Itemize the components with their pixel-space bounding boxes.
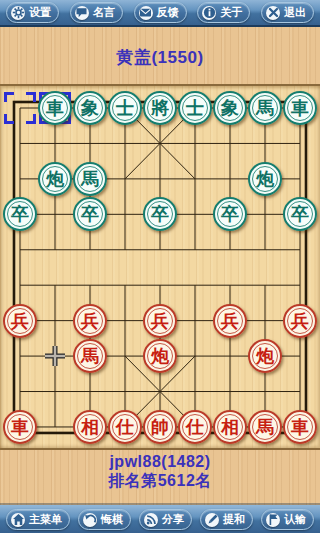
player-rank: 排名第5612名 [0,471,320,492]
piece-glyph: 仕 [186,418,204,436]
resign-button[interactable]: 认输 [261,509,314,530]
exit-button[interactable]: 退出 [261,2,314,23]
piece-red-rook[interactable]: 車 [283,410,317,444]
piece-red-soldier[interactable]: 兵 [283,304,317,338]
piece-glyph: 炮 [256,170,274,188]
piece-glyph: 車 [46,99,64,117]
share-button-label: 分享 [162,512,184,527]
piece-glyph: 兵 [11,312,29,330]
pencil-icon [205,513,219,527]
piece-black-elephant[interactable]: 象 [213,91,247,125]
piece-red-cannon[interactable]: 炮 [248,339,282,373]
undo-arrow-icon [83,513,97,527]
piece-black-rook[interactable]: 車 [283,91,317,125]
piece-glyph: 卒 [11,205,29,223]
piece-glyph: 相 [221,418,239,436]
flag-icon [266,513,280,527]
piece-glyph: 炮 [46,170,64,188]
last-move-marker [4,92,36,124]
piece-black-advisor[interactable]: 士 [108,91,142,125]
piece-black-cannon[interactable]: 炮 [38,162,72,196]
offer-draw-button-label: 提和 [223,512,245,527]
piece-red-rook[interactable]: 車 [3,410,37,444]
piece-black-cannon[interactable]: 炮 [248,162,282,196]
quotes-button-label: 名言 [93,5,115,20]
piece-glyph: 卒 [291,205,309,223]
piece-black-rook[interactable]: 車 [38,91,72,125]
piece-glyph: 士 [116,99,134,117]
piece-red-soldier[interactable]: 兵 [143,304,177,338]
player-name: jpwl88(1482) [0,453,320,471]
piece-glyph: 兵 [151,312,169,330]
piece-black-horse[interactable]: 馬 [73,162,107,196]
piece-glyph: 仕 [116,418,134,436]
resign-button-label: 认输 [284,512,306,527]
piece-glyph: 象 [81,99,99,117]
piece-red-horse[interactable]: 馬 [248,410,282,444]
piece-glyph: 兵 [221,312,239,330]
board-grid-lines [0,86,320,452]
piece-red-elephant[interactable]: 相 [73,410,107,444]
piece-black-general[interactable]: 將 [143,91,177,125]
piece-glyph: 車 [291,99,309,117]
feedback-button-label: 反馈 [157,5,179,20]
home-icon [11,513,25,527]
piece-glyph: 士 [186,99,204,117]
main-menu-button[interactable]: 主菜单 [6,509,70,530]
piece-red-advisor[interactable]: 仕 [108,410,142,444]
close-icon [266,6,280,20]
exit-button-label: 退出 [284,5,306,20]
piece-glyph: 兵 [81,312,99,330]
undo-move-button-label: 悔棋 [101,512,123,527]
settings-button[interactable]: 设置 [6,2,59,23]
board[interactable]: 車象士將士象馬車炮馬炮卒卒卒卒卒兵兵兵兵兵馬炮炮車相仕帥仕相馬車 [0,84,320,450]
share-rss-icon [144,513,158,527]
gear-icon [11,6,25,20]
bottom-toolbar: 主菜单 悔棋 分享 提和 认输 [0,505,320,533]
piece-black-horse[interactable]: 馬 [248,91,282,125]
envelope-icon [139,6,153,20]
settings-button-label: 设置 [29,5,51,20]
piece-red-elephant[interactable]: 相 [213,410,247,444]
piece-glyph: 炮 [151,347,169,365]
piece-glyph: 象 [221,99,239,117]
piece-red-advisor[interactable]: 仕 [178,410,212,444]
xiangqi-app-screen: 设置 名言 反馈 关于 退出 黄盖(1550) [0,0,320,533]
main-menu-button-label: 主菜单 [29,512,62,527]
piece-black-advisor[interactable]: 士 [178,91,212,125]
piece-glyph: 卒 [151,205,169,223]
crosshair-cursor [43,344,67,372]
share-button[interactable]: 分享 [139,509,192,530]
piece-red-soldier[interactable]: 兵 [3,304,37,338]
piece-glyph: 車 [11,418,29,436]
piece-glyph: 卒 [221,205,239,223]
top-toolbar: 设置 名言 反馈 关于 退出 [0,0,320,27]
speech-bubble-icon [75,6,89,20]
about-button-label: 关于 [220,5,242,20]
piece-red-soldier[interactable]: 兵 [73,304,107,338]
piece-glyph: 將 [151,99,169,117]
info-icon [202,6,216,20]
piece-glyph: 卒 [81,205,99,223]
quotes-button[interactable]: 名言 [70,2,123,23]
piece-red-soldier[interactable]: 兵 [213,304,247,338]
piece-glyph: 車 [291,418,309,436]
piece-glyph: 兵 [291,312,309,330]
piece-red-horse[interactable]: 馬 [73,339,107,373]
offer-draw-button[interactable]: 提和 [200,509,253,530]
feedback-button[interactable]: 反馈 [134,2,187,23]
about-button[interactable]: 关于 [197,2,250,23]
piece-glyph: 馬 [256,99,274,117]
piece-red-cannon[interactable]: 炮 [143,339,177,373]
piece-glyph: 帥 [151,418,169,436]
opponent-name: 黄盖(1550) [0,46,320,69]
piece-red-general[interactable]: 帥 [143,410,177,444]
piece-glyph: 馬 [81,170,99,188]
piece-glyph: 馬 [256,418,274,436]
piece-glyph: 炮 [256,347,274,365]
piece-black-elephant[interactable]: 象 [73,91,107,125]
piece-glyph: 相 [81,418,99,436]
piece-glyph: 馬 [81,347,99,365]
undo-move-button[interactable]: 悔棋 [78,509,131,530]
